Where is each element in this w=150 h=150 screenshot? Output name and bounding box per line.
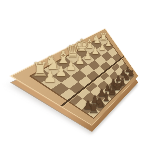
chess-board [12,29,138,125]
board-grid [28,35,135,119]
chess-set-photo: ♜♞♝♛♚♝♞♜♟♟♟♟♟♟♟♟♟♟♟♟♟♟♟♟♜♞♝♛♚♝♞♜ [0,0,150,150]
